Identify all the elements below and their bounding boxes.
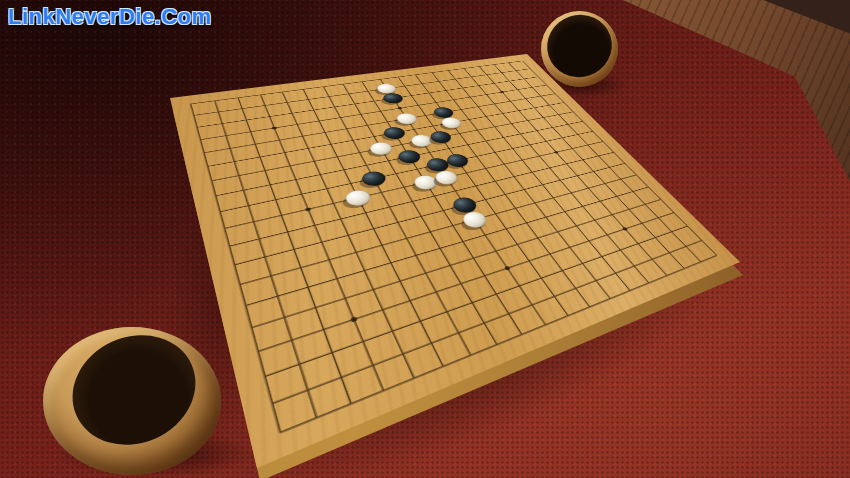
star-point	[397, 107, 402, 110]
star-point	[500, 91, 505, 93]
star-point	[350, 316, 358, 322]
star-point	[504, 266, 511, 271]
star-point	[622, 227, 628, 231]
star-point	[554, 151, 559, 154]
white-stones-bowl[interactable]	[43, 327, 221, 475]
black-stones-bowl[interactable]	[541, 11, 618, 87]
star-point	[305, 207, 312, 211]
game-scene: LinkNeverDie.Com	[0, 0, 850, 478]
watermark-text: LinkNeverDie.Com	[8, 4, 212, 30]
star-point	[272, 126, 278, 129]
